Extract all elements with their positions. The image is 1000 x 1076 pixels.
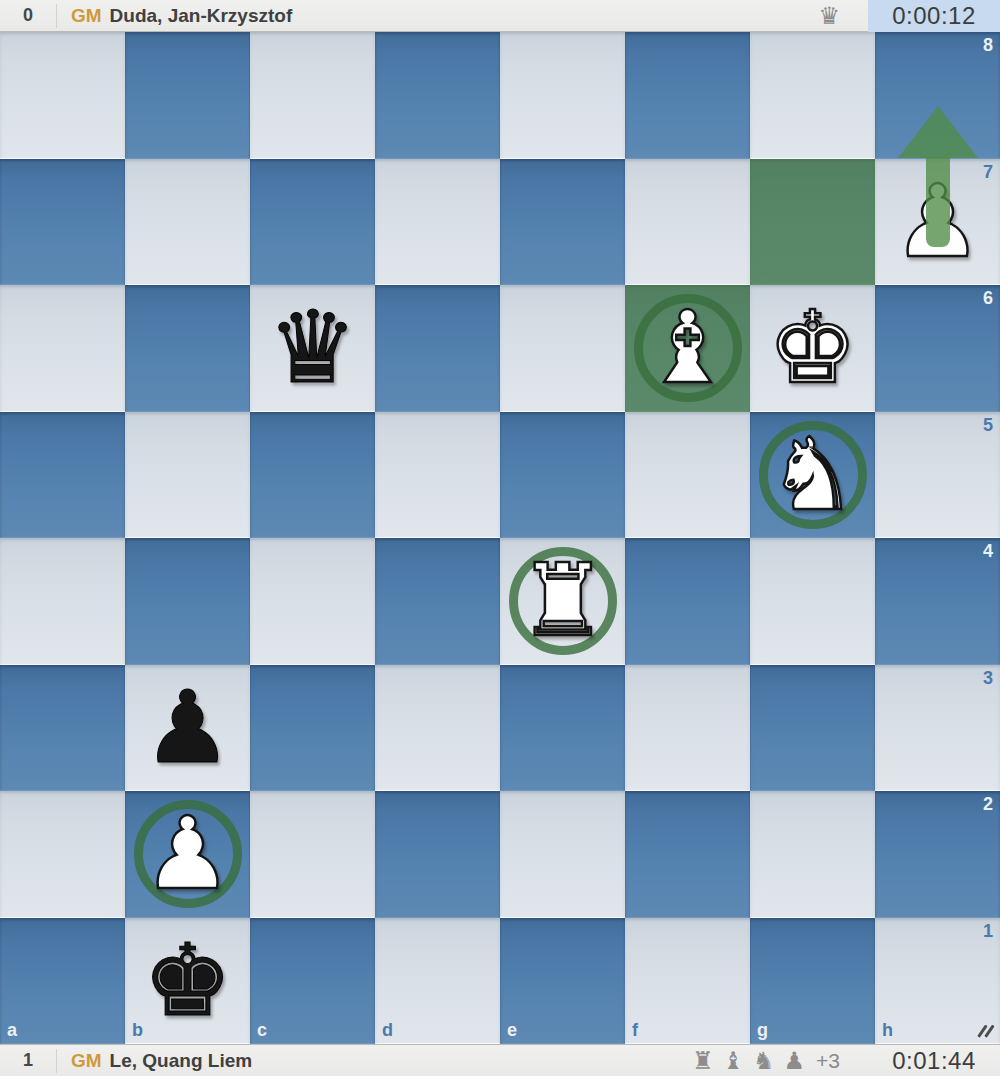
square-d3[interactable] [375, 665, 500, 792]
square-c6[interactable]: ♛ [250, 285, 375, 412]
bottom-captured-pieces: ♜♝♞♟+3 [692, 1049, 840, 1073]
square-e2[interactable] [500, 791, 625, 918]
square-e8[interactable] [500, 32, 625, 159]
captured-bishop-icon: ♝ [723, 1049, 745, 1073]
square-c8[interactable] [250, 32, 375, 159]
divider [56, 4, 57, 28]
divider [56, 1049, 57, 1073]
rank-label-2: 2 [983, 794, 993, 815]
square-c1[interactable]: c [250, 918, 375, 1045]
captured-knight-icon: ♞ [753, 1049, 775, 1073]
square-g6[interactable]: ♚ [750, 285, 875, 412]
square-g7[interactable] [750, 159, 875, 286]
square-e5[interactable] [500, 412, 625, 539]
rank-label-5: 5 [983, 415, 993, 436]
square-h3[interactable]: 3 [875, 665, 1000, 792]
square-b3[interactable]: ♟ [125, 665, 250, 792]
rank-label-4: 4 [983, 541, 993, 562]
square-d6[interactable] [375, 285, 500, 412]
rank-label-1: 1 [983, 921, 993, 942]
rank-label-8: 8 [983, 35, 993, 56]
square-c2[interactable] [250, 791, 375, 918]
top-player-score: 0 [0, 5, 56, 26]
move-arrow-shaft [926, 157, 950, 248]
square-g3[interactable] [750, 665, 875, 792]
white-rook[interactable]: ♜ [500, 538, 625, 665]
square-g8[interactable] [750, 32, 875, 159]
square-d7[interactable] [375, 159, 500, 286]
square-c3[interactable] [250, 665, 375, 792]
white-knight[interactable]: ♞ [750, 412, 875, 539]
square-c4[interactable] [250, 538, 375, 665]
square-h5[interactable]: 5 [875, 412, 1000, 539]
square-h4[interactable]: 4 [875, 538, 1000, 665]
square-f8[interactable] [625, 32, 750, 159]
square-b7[interactable] [125, 159, 250, 286]
material-advantage: +3 [816, 1050, 840, 1071]
square-h6[interactable]: 6 [875, 285, 1000, 412]
file-label-e: e [507, 1020, 517, 1041]
rank-label-7: 7 [983, 162, 993, 183]
move-arrow-head [898, 106, 978, 158]
square-c5[interactable] [250, 412, 375, 539]
square-f1[interactable]: f [625, 918, 750, 1045]
square-a6[interactable] [0, 285, 125, 412]
highlight-square-g7 [750, 159, 875, 286]
square-f7[interactable] [625, 159, 750, 286]
square-f2[interactable] [625, 791, 750, 918]
top-player-clock: 0:00:12 [868, 0, 1000, 32]
white-pawn[interactable]: ♟ [125, 791, 250, 918]
square-g1[interactable]: g [750, 918, 875, 1045]
black-queen[interactable]: ♛ [250, 285, 375, 412]
square-e1[interactable]: e [500, 918, 625, 1045]
square-e4[interactable]: ♜ [500, 538, 625, 665]
square-b6[interactable] [125, 285, 250, 412]
square-a8[interactable] [0, 32, 125, 159]
file-label-g: g [757, 1020, 768, 1041]
bottom-player-bar: 1 GM Le, Quang Liem ♜♝♞♟+3 0:01:44 [0, 1044, 1000, 1076]
chess-broadcast-window: 0 GM Duda, Jan-Krzysztof ♛ 0:00:12 87♟♛♝… [0, 0, 1000, 1076]
black-pawn[interactable]: ♟ [125, 665, 250, 792]
square-d8[interactable] [375, 32, 500, 159]
square-a3[interactable] [0, 665, 125, 792]
square-a1[interactable]: a [0, 918, 125, 1045]
file-label-h: h [882, 1020, 893, 1041]
top-captured-pieces: ♛ [818, 4, 840, 28]
square-a2[interactable] [0, 791, 125, 918]
square-b4[interactable] [125, 538, 250, 665]
file-label-d: d [382, 1020, 393, 1041]
square-e7[interactable] [500, 159, 625, 286]
top-player-name: Duda, Jan-Krzysztof [110, 5, 293, 27]
chess-board[interactable]: 87♟♛♝♚6♞5♜4♟3♟2ab♚cdefg1h [0, 32, 1000, 1044]
bottom-player-score: 1 [0, 1050, 56, 1071]
top-player-title: GM [71, 5, 102, 27]
square-b5[interactable] [125, 412, 250, 539]
square-b1[interactable]: b♚ [125, 918, 250, 1045]
square-g4[interactable] [750, 538, 875, 665]
file-label-b: b [132, 1020, 143, 1041]
square-g2[interactable] [750, 791, 875, 918]
square-f4[interactable] [625, 538, 750, 665]
square-c7[interactable] [250, 159, 375, 286]
file-label-f: f [632, 1020, 638, 1041]
square-f5[interactable] [625, 412, 750, 539]
square-e6[interactable] [500, 285, 625, 412]
square-a5[interactable] [0, 412, 125, 539]
square-f3[interactable] [625, 665, 750, 792]
rank-label-6: 6 [983, 288, 993, 309]
square-b8[interactable] [125, 32, 250, 159]
rank-label-3: 3 [983, 668, 993, 689]
square-b2[interactable]: ♟ [125, 791, 250, 918]
square-d5[interactable] [375, 412, 500, 539]
square-a4[interactable] [0, 538, 125, 665]
bottom-player-title: GM [71, 1050, 102, 1072]
black-king[interactable]: ♚ [125, 918, 250, 1045]
captured-rook-icon: ♜ [692, 1049, 714, 1073]
white-bishop[interactable]: ♝ [625, 285, 750, 412]
file-label-a: a [7, 1020, 17, 1041]
bottom-player-name: Le, Quang Liem [110, 1050, 253, 1072]
square-a7[interactable] [0, 159, 125, 286]
file-label-c: c [257, 1020, 267, 1041]
captured-pawn-icon: ♟ [784, 1049, 806, 1073]
bottom-player-clock: 0:01:44 [868, 1045, 1000, 1076]
square-g5[interactable]: ♞ [750, 412, 875, 539]
square-d4[interactable] [375, 538, 500, 665]
top-player-bar: 0 GM Duda, Jan-Krzysztof ♛ 0:00:12 [0, 0, 1000, 32]
square-d1[interactable]: d [375, 918, 500, 1045]
white-king[interactable]: ♚ [750, 285, 875, 412]
square-d2[interactable] [375, 791, 500, 918]
square-h2[interactable]: 2 [875, 791, 1000, 918]
board-resize-handle-icon[interactable] [977, 1023, 995, 1039]
square-f6[interactable]: ♝ [625, 285, 750, 412]
captured-queen-icon: ♛ [818, 4, 840, 28]
square-e3[interactable] [500, 665, 625, 792]
